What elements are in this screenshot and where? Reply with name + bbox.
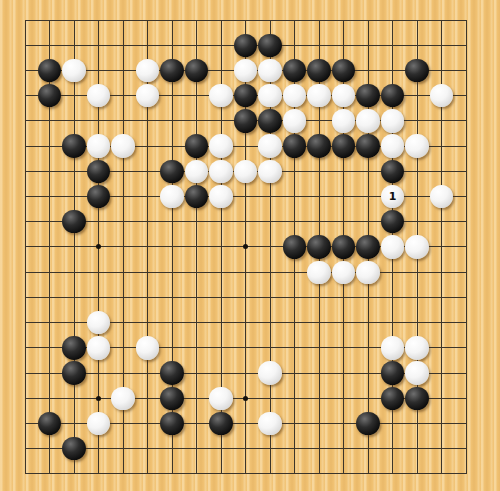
- board-cell[interactable]: [258, 285, 283, 310]
- board-cell[interactable]: [209, 461, 234, 486]
- board-cell[interactable]: [111, 159, 136, 184]
- board-cell[interactable]: [429, 234, 454, 259]
- board-cell[interactable]: [380, 7, 405, 32]
- board-cell[interactable]: [307, 285, 332, 310]
- board-cell[interactable]: [429, 108, 454, 133]
- board-cell[interactable]: [13, 360, 38, 385]
- board-cell[interactable]: [37, 285, 62, 310]
- board-cell[interactable]: [454, 83, 479, 108]
- board-cell[interactable]: [135, 335, 160, 360]
- board-cell[interactable]: [62, 260, 87, 285]
- board-cell[interactable]: [429, 260, 454, 285]
- board-cell[interactable]: [13, 184, 38, 209]
- board-cell[interactable]: [13, 108, 38, 133]
- board-cell[interactable]: [184, 133, 209, 158]
- board-cell[interactable]: [62, 386, 87, 411]
- board-cell[interactable]: [282, 7, 307, 32]
- board-cell[interactable]: [62, 335, 87, 360]
- board-cell[interactable]: [380, 386, 405, 411]
- board-cell[interactable]: [209, 411, 234, 436]
- board-cell[interactable]: [62, 133, 87, 158]
- board-cell[interactable]: [135, 7, 160, 32]
- board-cell[interactable]: [37, 184, 62, 209]
- board-cell[interactable]: [86, 58, 111, 83]
- board-cell[interactable]: [405, 209, 430, 234]
- board-cell[interactable]: [135, 58, 160, 83]
- board-cell[interactable]: [307, 335, 332, 360]
- board-cell[interactable]: [258, 184, 283, 209]
- board-cell[interactable]: [380, 335, 405, 360]
- board-cell[interactable]: [233, 83, 258, 108]
- board-cell[interactable]: [135, 133, 160, 158]
- board-cell[interactable]: [37, 360, 62, 385]
- board-cell[interactable]: [380, 33, 405, 58]
- board-cell[interactable]: [184, 260, 209, 285]
- board-cell[interactable]: [86, 234, 111, 259]
- board-cell[interactable]: [233, 133, 258, 158]
- board-cell[interactable]: [233, 285, 258, 310]
- board-cell[interactable]: [307, 461, 332, 486]
- board-cell[interactable]: [429, 335, 454, 360]
- board-cell[interactable]: [233, 386, 258, 411]
- board-cell[interactable]: [160, 184, 185, 209]
- board-cell[interactable]: [184, 234, 209, 259]
- board-cell[interactable]: [233, 461, 258, 486]
- board-cell[interactable]: [209, 184, 234, 209]
- board-cell[interactable]: [380, 133, 405, 158]
- board-cell[interactable]: [233, 7, 258, 32]
- board-cell[interactable]: [160, 461, 185, 486]
- board-cell[interactable]: [307, 310, 332, 335]
- board-cell[interactable]: [454, 335, 479, 360]
- board-cell[interactable]: [307, 7, 332, 32]
- board-cell[interactable]: [233, 33, 258, 58]
- board-cell[interactable]: [62, 58, 87, 83]
- board-cell[interactable]: [405, 386, 430, 411]
- board-cell[interactable]: [62, 360, 87, 385]
- board-cell[interactable]: [331, 234, 356, 259]
- board-cell[interactable]: [454, 285, 479, 310]
- board-cell[interactable]: [62, 310, 87, 335]
- board-cell[interactable]: [62, 234, 87, 259]
- board-cell[interactable]: [135, 310, 160, 335]
- board-cell[interactable]: [160, 33, 185, 58]
- board-cell[interactable]: [135, 360, 160, 385]
- board-cell[interactable]: [307, 159, 332, 184]
- board-cell[interactable]: [184, 411, 209, 436]
- board-cell[interactable]: [209, 159, 234, 184]
- board-cell[interactable]: [135, 83, 160, 108]
- board-cell[interactable]: [86, 461, 111, 486]
- board-cell[interactable]: [356, 133, 381, 158]
- board-cell[interactable]: [233, 58, 258, 83]
- board-cell[interactable]: [184, 7, 209, 32]
- board-cell[interactable]: [356, 436, 381, 461]
- board-cell[interactable]: [282, 33, 307, 58]
- board-cell[interactable]: 1: [380, 184, 405, 209]
- board-cell[interactable]: [13, 436, 38, 461]
- board-cell[interactable]: [13, 335, 38, 360]
- board-cell[interactable]: [258, 335, 283, 360]
- board-cell[interactable]: [307, 58, 332, 83]
- board-cell[interactable]: [307, 108, 332, 133]
- board-cell[interactable]: [356, 83, 381, 108]
- board-cell[interactable]: [184, 58, 209, 83]
- board-cell[interactable]: [111, 335, 136, 360]
- board-cell[interactable]: [331, 436, 356, 461]
- board-cell[interactable]: [380, 285, 405, 310]
- board-cell[interactable]: [429, 461, 454, 486]
- board-cell[interactable]: [111, 436, 136, 461]
- board-cell[interactable]: [111, 386, 136, 411]
- board-cell[interactable]: [233, 310, 258, 335]
- board-cell[interactable]: [258, 209, 283, 234]
- board-cell[interactable]: [37, 461, 62, 486]
- board-cell[interactable]: [86, 209, 111, 234]
- board-cell[interactable]: [209, 360, 234, 385]
- board-cell[interactable]: [86, 33, 111, 58]
- board-cell[interactable]: [160, 386, 185, 411]
- board-cell[interactable]: [13, 7, 38, 32]
- board-cell[interactable]: [111, 260, 136, 285]
- board-cell[interactable]: [380, 436, 405, 461]
- board-cell[interactable]: [282, 108, 307, 133]
- board-cell[interactable]: [111, 83, 136, 108]
- board-cell[interactable]: [282, 386, 307, 411]
- board-cell[interactable]: [209, 310, 234, 335]
- board-cell[interactable]: [258, 33, 283, 58]
- board-cell[interactable]: [37, 159, 62, 184]
- board-cell[interactable]: [405, 335, 430, 360]
- board-cell[interactable]: [184, 285, 209, 310]
- board-cell[interactable]: [454, 209, 479, 234]
- board-cell[interactable]: [380, 58, 405, 83]
- board-cell[interactable]: [233, 260, 258, 285]
- board-cell[interactable]: [111, 184, 136, 209]
- board-cell[interactable]: [209, 234, 234, 259]
- board-cell[interactable]: [209, 209, 234, 234]
- board-cell[interactable]: [13, 310, 38, 335]
- board-cell[interactable]: [405, 234, 430, 259]
- board-cell[interactable]: [233, 209, 258, 234]
- board-cell[interactable]: [307, 33, 332, 58]
- board-cell[interactable]: [405, 461, 430, 486]
- board-cell[interactable]: [37, 108, 62, 133]
- board-cell[interactable]: [282, 159, 307, 184]
- board-cell[interactable]: [13, 411, 38, 436]
- board-cell[interactable]: [429, 436, 454, 461]
- board-cell[interactable]: [331, 33, 356, 58]
- board-cell[interactable]: [429, 58, 454, 83]
- board-cell[interactable]: [429, 33, 454, 58]
- board-cell[interactable]: [86, 360, 111, 385]
- board-cell[interactable]: [356, 58, 381, 83]
- board-cell[interactable]: [13, 133, 38, 158]
- board-cell[interactable]: [13, 260, 38, 285]
- board-cell[interactable]: [86, 386, 111, 411]
- board-cell[interactable]: [282, 260, 307, 285]
- board-cell[interactable]: [13, 58, 38, 83]
- board-cell[interactable]: [160, 260, 185, 285]
- board-cell[interactable]: [160, 360, 185, 385]
- board-cell[interactable]: [37, 234, 62, 259]
- board-cell[interactable]: [331, 461, 356, 486]
- board-cell[interactable]: [111, 234, 136, 259]
- board-cell[interactable]: [380, 159, 405, 184]
- board-cell[interactable]: [86, 260, 111, 285]
- board-cell[interactable]: [184, 159, 209, 184]
- board-cell[interactable]: [429, 209, 454, 234]
- board-cell[interactable]: [62, 461, 87, 486]
- board-cell[interactable]: [135, 209, 160, 234]
- board-cell[interactable]: [429, 310, 454, 335]
- board-cell[interactable]: [209, 108, 234, 133]
- board-cell[interactable]: [258, 234, 283, 259]
- board-cell[interactable]: [13, 285, 38, 310]
- board-cell[interactable]: [184, 83, 209, 108]
- board-cell[interactable]: [233, 159, 258, 184]
- board-cell[interactable]: [86, 83, 111, 108]
- board-cell[interactable]: [429, 83, 454, 108]
- board-cell[interactable]: [160, 436, 185, 461]
- board-cell[interactable]: [331, 7, 356, 32]
- board-cell[interactable]: [62, 7, 87, 32]
- board-cell[interactable]: [13, 159, 38, 184]
- board-cell[interactable]: [111, 411, 136, 436]
- board-cell[interactable]: [282, 133, 307, 158]
- board-cell[interactable]: [13, 83, 38, 108]
- board-cell[interactable]: [429, 184, 454, 209]
- board-cell[interactable]: [356, 285, 381, 310]
- board-cell[interactable]: [37, 260, 62, 285]
- board-cell[interactable]: [454, 411, 479, 436]
- board-cell[interactable]: [307, 436, 332, 461]
- board-cell[interactable]: [454, 360, 479, 385]
- board-cell[interactable]: [86, 108, 111, 133]
- board-cell[interactable]: [405, 184, 430, 209]
- board-cell[interactable]: [13, 33, 38, 58]
- board-cell[interactable]: [258, 461, 283, 486]
- board-cell[interactable]: [135, 260, 160, 285]
- board-cell[interactable]: [37, 411, 62, 436]
- board-cell[interactable]: [62, 83, 87, 108]
- board-cell[interactable]: [331, 83, 356, 108]
- board-cell[interactable]: [331, 209, 356, 234]
- board-cell[interactable]: [380, 461, 405, 486]
- board-cell[interactable]: [13, 234, 38, 259]
- board-cell[interactable]: [380, 260, 405, 285]
- board-cell[interactable]: [37, 133, 62, 158]
- board-cell[interactable]: [454, 436, 479, 461]
- board-cell[interactable]: [111, 285, 136, 310]
- board-cell[interactable]: [258, 108, 283, 133]
- board-cell[interactable]: [356, 7, 381, 32]
- board-cell[interactable]: [454, 159, 479, 184]
- board-cell[interactable]: [209, 335, 234, 360]
- board-cell[interactable]: [380, 83, 405, 108]
- board-cell[interactable]: [184, 461, 209, 486]
- board-cell[interactable]: [258, 310, 283, 335]
- board-cell[interactable]: [184, 360, 209, 385]
- board-cell[interactable]: [331, 411, 356, 436]
- board-cell[interactable]: [429, 285, 454, 310]
- board-cell[interactable]: [111, 108, 136, 133]
- board-cell[interactable]: [37, 436, 62, 461]
- board-cell[interactable]: [429, 411, 454, 436]
- board-cell[interactable]: [331, 159, 356, 184]
- board-cell[interactable]: [282, 335, 307, 360]
- board-cell[interactable]: [184, 436, 209, 461]
- board-cell[interactable]: [380, 209, 405, 234]
- board-cell[interactable]: [258, 58, 283, 83]
- board-cell[interactable]: [62, 436, 87, 461]
- board-cell[interactable]: [258, 411, 283, 436]
- board-cell[interactable]: [307, 209, 332, 234]
- board-cell[interactable]: [307, 386, 332, 411]
- board-cell[interactable]: [282, 285, 307, 310]
- board-cell[interactable]: [37, 83, 62, 108]
- board-cell[interactable]: [356, 360, 381, 385]
- board-cell[interactable]: [356, 411, 381, 436]
- board-cell[interactable]: [282, 209, 307, 234]
- board-cell[interactable]: [135, 234, 160, 259]
- board-cell[interactable]: [135, 108, 160, 133]
- board-cell[interactable]: [454, 310, 479, 335]
- board-cell[interactable]: [111, 209, 136, 234]
- board-cell[interactable]: [331, 58, 356, 83]
- board-cell[interactable]: [356, 184, 381, 209]
- board-cell[interactable]: [209, 33, 234, 58]
- board-cell[interactable]: [184, 209, 209, 234]
- board-cell[interactable]: [405, 133, 430, 158]
- board-cell[interactable]: [135, 33, 160, 58]
- board-cell[interactable]: [111, 461, 136, 486]
- board-cell[interactable]: [62, 33, 87, 58]
- board-cell[interactable]: [307, 411, 332, 436]
- board-cell[interactable]: [282, 83, 307, 108]
- board-cell[interactable]: [184, 33, 209, 58]
- board-cell[interactable]: [62, 285, 87, 310]
- board-cell[interactable]: [380, 310, 405, 335]
- board-cell[interactable]: [405, 360, 430, 385]
- board-cell[interactable]: [160, 310, 185, 335]
- board-cell[interactable]: [454, 58, 479, 83]
- board-cell[interactable]: [454, 260, 479, 285]
- board-cell[interactable]: [86, 133, 111, 158]
- board-cell[interactable]: [405, 159, 430, 184]
- board-cell[interactable]: [454, 33, 479, 58]
- board-cell[interactable]: [209, 7, 234, 32]
- board-cell[interactable]: [258, 386, 283, 411]
- board-cell[interactable]: [209, 436, 234, 461]
- board-cell[interactable]: [405, 411, 430, 436]
- board-cell[interactable]: [37, 310, 62, 335]
- board-cell[interactable]: [356, 260, 381, 285]
- board-cell[interactable]: [307, 184, 332, 209]
- board-cell[interactable]: [454, 386, 479, 411]
- board-cell[interactable]: [331, 133, 356, 158]
- board-cell[interactable]: [184, 108, 209, 133]
- board-cell[interactable]: [86, 159, 111, 184]
- board-cell[interactable]: [233, 411, 258, 436]
- board-cell[interactable]: [405, 83, 430, 108]
- board-cell[interactable]: [429, 7, 454, 32]
- board-cell[interactable]: [233, 335, 258, 360]
- board-cell[interactable]: [111, 133, 136, 158]
- board-cell[interactable]: [405, 7, 430, 32]
- board-cell[interactable]: [111, 7, 136, 32]
- board-cell[interactable]: [135, 184, 160, 209]
- board-cell[interactable]: [62, 184, 87, 209]
- board-cell[interactable]: [135, 461, 160, 486]
- board-cell[interactable]: [454, 184, 479, 209]
- board-cell[interactable]: [160, 335, 185, 360]
- board-cell[interactable]: [233, 184, 258, 209]
- board-cell[interactable]: [282, 310, 307, 335]
- board-cell[interactable]: [37, 335, 62, 360]
- board-cell[interactable]: [282, 58, 307, 83]
- board-cell[interactable]: [86, 310, 111, 335]
- board-cell[interactable]: [282, 411, 307, 436]
- board-cell[interactable]: [209, 83, 234, 108]
- board-cell[interactable]: [37, 386, 62, 411]
- board-cell[interactable]: [258, 83, 283, 108]
- board-cell[interactable]: [86, 411, 111, 436]
- board-cell[interactable]: [160, 108, 185, 133]
- board-cell[interactable]: [233, 234, 258, 259]
- board-cell[interactable]: [331, 335, 356, 360]
- board-cell[interactable]: [429, 159, 454, 184]
- board-cell[interactable]: [331, 386, 356, 411]
- board-cell[interactable]: [86, 285, 111, 310]
- board-cell[interactable]: [184, 184, 209, 209]
- board-cell[interactable]: [356, 335, 381, 360]
- board-cell[interactable]: [233, 108, 258, 133]
- board-cell[interactable]: [111, 360, 136, 385]
- board-cell[interactable]: [184, 335, 209, 360]
- board-cell[interactable]: [356, 33, 381, 58]
- board-cell[interactable]: [160, 285, 185, 310]
- board-cell[interactable]: [86, 436, 111, 461]
- board-cell[interactable]: [454, 108, 479, 133]
- board-cell[interactable]: [13, 386, 38, 411]
- board-cell[interactable]: [307, 234, 332, 259]
- board-cell[interactable]: [331, 310, 356, 335]
- board-cell[interactable]: [86, 7, 111, 32]
- board-cell[interactable]: [86, 184, 111, 209]
- board-cell[interactable]: [454, 461, 479, 486]
- board-cell[interactable]: [160, 159, 185, 184]
- board-cell[interactable]: [282, 234, 307, 259]
- board-cell[interactable]: [331, 184, 356, 209]
- board-cell[interactable]: [380, 234, 405, 259]
- board-cell[interactable]: [135, 411, 160, 436]
- board-cell[interactable]: [356, 461, 381, 486]
- board-cell[interactable]: [258, 436, 283, 461]
- board-cell[interactable]: [37, 33, 62, 58]
- board-cell[interactable]: [62, 411, 87, 436]
- board-cell[interactable]: [282, 360, 307, 385]
- board-cell[interactable]: [160, 411, 185, 436]
- board-cell[interactable]: [380, 108, 405, 133]
- board-cell[interactable]: [62, 209, 87, 234]
- board-cell[interactable]: [454, 7, 479, 32]
- board-cell[interactable]: [233, 360, 258, 385]
- board-cell[interactable]: [331, 285, 356, 310]
- board-cell[interactable]: [184, 386, 209, 411]
- board-cell[interactable]: [13, 209, 38, 234]
- board-cell[interactable]: [282, 461, 307, 486]
